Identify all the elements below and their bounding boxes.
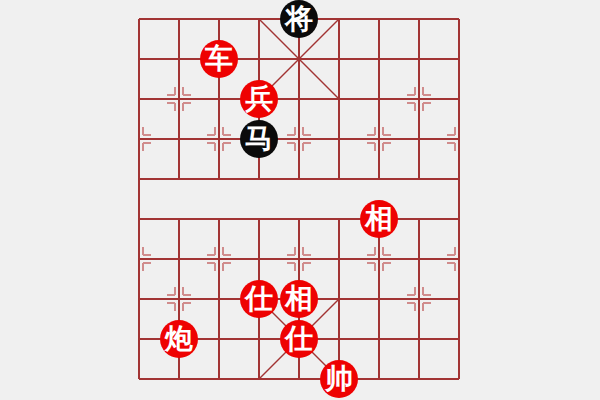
intersection-c1r4[interactable]: [159, 159, 199, 199]
intersection-c5r4[interactable]: [319, 159, 359, 199]
red-cannon[interactable]: 炮: [160, 320, 198, 358]
intersection-c4r3[interactable]: [279, 119, 319, 159]
intersection-c2r5[interactable]: [199, 199, 239, 239]
intersection-c4r8[interactable]: 仕: [279, 319, 319, 359]
red-elephant[interactable]: 相: [280, 280, 318, 318]
intersection-c7r8[interactable]: [399, 319, 439, 359]
intersection-c6r9[interactable]: [359, 359, 399, 399]
intersection-c0r4[interactable]: [119, 159, 159, 199]
intersection-c0r6[interactable]: [119, 239, 159, 279]
intersection-c7r7[interactable]: [399, 279, 439, 319]
intersection-c5r9[interactable]: 帅: [319, 359, 359, 399]
intersection-c3r4[interactable]: [239, 159, 279, 199]
intersection-c6r0[interactable]: [359, 0, 399, 39]
red-chariot[interactable]: 车: [200, 40, 238, 78]
intersection-c6r7[interactable]: [359, 279, 399, 319]
red-elephant[interactable]: 相: [360, 200, 398, 238]
intersection-c6r6[interactable]: [359, 239, 399, 279]
intersection-c4r6[interactable]: [279, 239, 319, 279]
intersection-c8r0[interactable]: [439, 0, 479, 39]
intersection-c7r2[interactable]: [399, 79, 439, 119]
intersection-c7r3[interactable]: [399, 119, 439, 159]
intersection-c7r6[interactable]: [399, 239, 439, 279]
intersection-c6r3[interactable]: [359, 119, 399, 159]
intersection-c4r1[interactable]: [279, 39, 319, 79]
xiangqi-board[interactable]: 将车兵马相仕相炮仕帅: [119, 0, 479, 399]
intersection-c5r7[interactable]: [319, 279, 359, 319]
intersection-c6r2[interactable]: [359, 79, 399, 119]
intersection-c8r2[interactable]: [439, 79, 479, 119]
intersection-c3r1[interactable]: [239, 39, 279, 79]
intersection-c1r7[interactable]: [159, 279, 199, 319]
intersection-c5r0[interactable]: [319, 0, 359, 39]
red-advisor[interactable]: 仕: [240, 280, 278, 318]
intersection-c3r8[interactable]: [239, 319, 279, 359]
intersection-c1r5[interactable]: [159, 199, 199, 239]
intersection-c7r5[interactable]: [399, 199, 439, 239]
intersection-c3r3[interactable]: 马: [239, 119, 279, 159]
intersection-c3r2[interactable]: 兵: [239, 79, 279, 119]
intersection-c6r5[interactable]: 相: [359, 199, 399, 239]
intersection-c1r0[interactable]: [159, 0, 199, 39]
intersection-c0r5[interactable]: [119, 199, 159, 239]
intersection-c8r4[interactable]: [439, 159, 479, 199]
intersection-c8r1[interactable]: [439, 39, 479, 79]
intersection-c4r4[interactable]: [279, 159, 319, 199]
intersection-c1r8[interactable]: 炮: [159, 319, 199, 359]
intersection-c3r0[interactable]: [239, 0, 279, 39]
intersection-c3r9[interactable]: [239, 359, 279, 399]
intersection-c2r2[interactable]: [199, 79, 239, 119]
intersection-c2r0[interactable]: [199, 0, 239, 39]
red-general[interactable]: 帅: [320, 360, 358, 398]
intersection-c2r6[interactable]: [199, 239, 239, 279]
intersection-c4r9[interactable]: [279, 359, 319, 399]
black-general[interactable]: 将: [280, 0, 318, 38]
intersection-c3r5[interactable]: [239, 199, 279, 239]
intersection-c1r2[interactable]: [159, 79, 199, 119]
intersection-c2r3[interactable]: [199, 119, 239, 159]
intersection-c0r2[interactable]: [119, 79, 159, 119]
intersection-c1r6[interactable]: [159, 239, 199, 279]
intersection-c8r7[interactable]: [439, 279, 479, 319]
intersection-c4r2[interactable]: [279, 79, 319, 119]
intersection-c0r1[interactable]: [119, 39, 159, 79]
intersection-c2r4[interactable]: [199, 159, 239, 199]
intersection-c8r9[interactable]: [439, 359, 479, 399]
intersection-c4r5[interactable]: [279, 199, 319, 239]
intersection-c3r6[interactable]: [239, 239, 279, 279]
intersection-c8r6[interactable]: [439, 239, 479, 279]
intersection-c0r7[interactable]: [119, 279, 159, 319]
intersection-c1r1[interactable]: [159, 39, 199, 79]
intersection-c6r4[interactable]: [359, 159, 399, 199]
intersection-c5r1[interactable]: [319, 39, 359, 79]
intersection-c0r3[interactable]: [119, 119, 159, 159]
intersection-c1r3[interactable]: [159, 119, 199, 159]
intersection-c4r0[interactable]: 将: [279, 0, 319, 39]
intersection-c7r1[interactable]: [399, 39, 439, 79]
intersection-c0r0[interactable]: [119, 0, 159, 39]
intersection-c5r6[interactable]: [319, 239, 359, 279]
intersection-c2r8[interactable]: [199, 319, 239, 359]
intersection-c0r8[interactable]: [119, 319, 159, 359]
black-horse[interactable]: 马: [240, 120, 278, 158]
intersection-c5r3[interactable]: [319, 119, 359, 159]
intersection-c2r1[interactable]: 车: [199, 39, 239, 79]
intersection-c0r9[interactable]: [119, 359, 159, 399]
intersection-c5r5[interactable]: [319, 199, 359, 239]
intersection-c7r4[interactable]: [399, 159, 439, 199]
intersection-c3r7[interactable]: 仕: [239, 279, 279, 319]
intersection-c8r5[interactable]: [439, 199, 479, 239]
intersection-c6r8[interactable]: [359, 319, 399, 359]
intersection-c2r9[interactable]: [199, 359, 239, 399]
intersection-c8r8[interactable]: [439, 319, 479, 359]
intersection-c1r9[interactable]: [159, 359, 199, 399]
intersection-c7r0[interactable]: [399, 0, 439, 39]
intersection-c5r2[interactable]: [319, 79, 359, 119]
red-soldier[interactable]: 兵: [240, 80, 278, 118]
red-advisor[interactable]: 仕: [280, 320, 318, 358]
xiangqi-board-screenshot: 将车兵马相仕相炮仕帅: [0, 0, 600, 400]
intersection-c5r8[interactable]: [319, 319, 359, 359]
intersection-c4r7[interactable]: 相: [279, 279, 319, 319]
intersection-c6r1[interactable]: [359, 39, 399, 79]
intersection-c8r3[interactable]: [439, 119, 479, 159]
intersection-c7r9[interactable]: [399, 359, 439, 399]
intersection-c2r7[interactable]: [199, 279, 239, 319]
